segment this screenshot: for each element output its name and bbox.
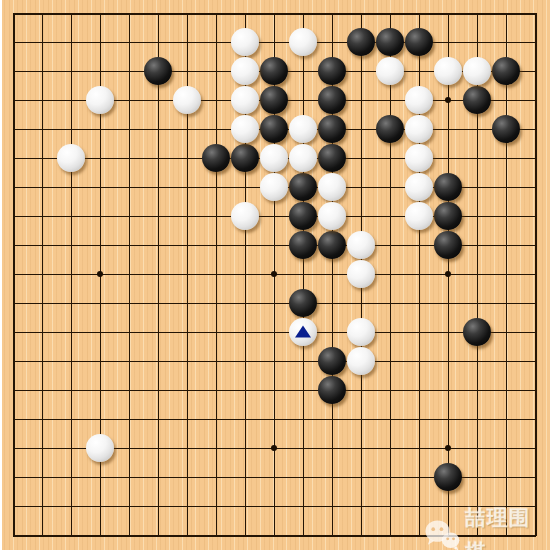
grid-line-horizontal: [13, 361, 536, 362]
black-stone[interactable]: [260, 115, 288, 143]
white-stone[interactable]: [260, 144, 288, 172]
white-stone[interactable]: [347, 260, 375, 288]
white-stone[interactable]: [318, 202, 346, 230]
black-stone[interactable]: [434, 231, 462, 259]
black-stone[interactable]: [260, 86, 288, 114]
go-diagram: 喆理围棋: [0, 0, 550, 550]
triangle-marker: [295, 326, 311, 338]
white-stone[interactable]: [405, 144, 433, 172]
white-stone[interactable]: [289, 28, 317, 56]
black-stone[interactable]: [434, 202, 462, 230]
black-stone[interactable]: [289, 202, 317, 230]
white-stone[interactable]: [376, 57, 404, 85]
white-stone[interactable]: [318, 173, 346, 201]
grid-line-horizontal: [13, 419, 536, 420]
grid-line-horizontal: [13, 303, 536, 304]
go-board[interactable]: [0, 0, 550, 550]
black-stone[interactable]: [376, 28, 404, 56]
white-stone[interactable]: [86, 434, 114, 462]
white-stone[interactable]: [405, 86, 433, 114]
star-point: [271, 271, 277, 277]
black-stone[interactable]: [318, 86, 346, 114]
white-stone[interactable]: [231, 57, 259, 85]
white-stone[interactable]: [405, 202, 433, 230]
star-point: [97, 271, 103, 277]
white-stone[interactable]: [57, 144, 85, 172]
white-stone[interactable]: [405, 173, 433, 201]
wechat-icon: [424, 518, 461, 550]
black-stone[interactable]: [318, 347, 346, 375]
black-stone[interactable]: [434, 463, 462, 491]
star-point: [271, 445, 277, 451]
watermark: 喆理围棋: [424, 501, 550, 550]
white-stone[interactable]: [231, 28, 259, 56]
black-stone[interactable]: [318, 115, 346, 143]
grid-line-horizontal: [13, 332, 536, 333]
black-stone[interactable]: [492, 57, 520, 85]
white-stone[interactable]: [405, 115, 433, 143]
grid-line-vertical: [535, 13, 537, 536]
white-stone[interactable]: [231, 86, 259, 114]
white-stone[interactable]: [86, 86, 114, 114]
black-stone[interactable]: [376, 115, 404, 143]
black-stone[interactable]: [463, 318, 491, 346]
black-stone[interactable]: [289, 231, 317, 259]
white-stone[interactable]: [347, 347, 375, 375]
grid-line-horizontal: [13, 390, 536, 391]
white-stone[interactable]: [289, 115, 317, 143]
grid-line-vertical: [390, 13, 391, 536]
black-stone[interactable]: [405, 28, 433, 56]
black-stone[interactable]: [463, 86, 491, 114]
grid-line-vertical: [303, 13, 304, 536]
white-stone[interactable]: [347, 318, 375, 346]
star-point: [445, 271, 451, 277]
black-stone[interactable]: [318, 144, 346, 172]
white-stone[interactable]: [260, 173, 288, 201]
black-stone[interactable]: [289, 289, 317, 317]
black-stone[interactable]: [231, 144, 259, 172]
white-stone[interactable]: [231, 202, 259, 230]
black-stone[interactable]: [260, 57, 288, 85]
black-stone[interactable]: [318, 376, 346, 404]
black-stone[interactable]: [289, 173, 317, 201]
black-stone[interactable]: [202, 144, 230, 172]
black-stone[interactable]: [434, 173, 462, 201]
black-stone[interactable]: [347, 28, 375, 56]
star-point: [445, 445, 451, 451]
white-stone[interactable]: [347, 231, 375, 259]
white-stone[interactable]: [289, 144, 317, 172]
black-stone[interactable]: [492, 115, 520, 143]
white-stone[interactable]: [231, 115, 259, 143]
left-edge-strip: [0, 0, 2, 550]
grid-line-vertical: [506, 13, 507, 536]
black-stone[interactable]: [318, 57, 346, 85]
black-stone[interactable]: [144, 57, 172, 85]
white-stone[interactable]: [173, 86, 201, 114]
white-stone[interactable]: [434, 57, 462, 85]
black-stone[interactable]: [318, 231, 346, 259]
star-point: [445, 97, 451, 103]
watermark-text: 喆理围棋: [465, 501, 550, 550]
white-stone[interactable]: [463, 57, 491, 85]
